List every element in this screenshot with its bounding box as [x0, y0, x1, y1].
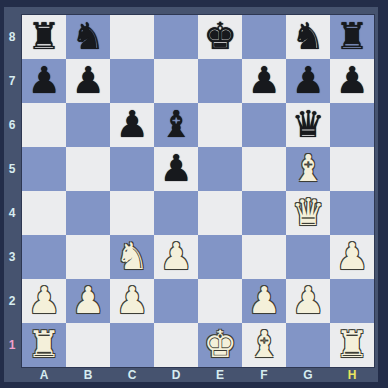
square-c3[interactable]: ♞ — [110, 235, 154, 279]
square-b4[interactable] — [66, 191, 110, 235]
rank-label-8: 8 — [2, 15, 22, 59]
square-h7[interactable]: ♟ — [330, 59, 374, 103]
square-e3[interactable] — [198, 235, 242, 279]
square-f2[interactable]: ♟ — [242, 279, 286, 323]
square-g1[interactable] — [286, 323, 330, 367]
piece-black-queen[interactable]: ♛ — [286, 103, 330, 147]
square-g6[interactable]: ♛ — [286, 103, 330, 147]
square-e7[interactable] — [198, 59, 242, 103]
square-g7[interactable]: ♟ — [286, 59, 330, 103]
square-a5[interactable] — [22, 147, 66, 191]
piece-white-pawn[interactable]: ♟ — [286, 279, 330, 323]
rank-label-5: 5 — [2, 147, 22, 191]
piece-white-rook[interactable]: ♜ — [22, 323, 66, 367]
square-h8[interactable]: ♜ — [330, 15, 374, 59]
square-f6[interactable] — [242, 103, 286, 147]
square-e8[interactable]: ♚ — [198, 15, 242, 59]
square-h3[interactable]: ♟ — [330, 235, 374, 279]
square-c1[interactable] — [110, 323, 154, 367]
file-label-e: E — [198, 367, 242, 382]
piece-white-knight[interactable]: ♞ — [110, 235, 154, 279]
square-e4[interactable] — [198, 191, 242, 235]
piece-black-knight[interactable]: ♞ — [66, 15, 110, 59]
rank-label-7: 7 — [2, 59, 22, 103]
square-f1[interactable]: ♝ — [242, 323, 286, 367]
square-c6[interactable]: ♟ — [110, 103, 154, 147]
rank-label-6: 6 — [2, 103, 22, 147]
square-a6[interactable] — [22, 103, 66, 147]
square-f7[interactable]: ♟ — [242, 59, 286, 103]
square-d6[interactable]: ♝ — [154, 103, 198, 147]
piece-white-pawn[interactable]: ♟ — [242, 279, 286, 323]
square-a2[interactable]: ♟ — [22, 279, 66, 323]
square-d7[interactable] — [154, 59, 198, 103]
frame-edge-bottom — [0, 382, 388, 388]
piece-black-king[interactable]: ♚ — [198, 15, 242, 59]
piece-white-pawn[interactable]: ♟ — [330, 235, 374, 279]
rank-label-4: 4 — [2, 191, 22, 235]
piece-white-king[interactable]: ♚ — [198, 323, 242, 367]
file-labels: ABCDEFGH — [22, 367, 374, 382]
file-label-f: F — [242, 367, 286, 382]
piece-white-rook[interactable]: ♜ — [330, 323, 374, 367]
square-h4[interactable] — [330, 191, 374, 235]
square-f5[interactable] — [242, 147, 286, 191]
square-c2[interactable]: ♟ — [110, 279, 154, 323]
square-b2[interactable]: ♟ — [66, 279, 110, 323]
square-b1[interactable] — [66, 323, 110, 367]
piece-black-pawn[interactable]: ♟ — [154, 147, 198, 191]
piece-white-bishop[interactable]: ♝ — [286, 147, 330, 191]
square-c8[interactable] — [110, 15, 154, 59]
piece-black-pawn[interactable]: ♟ — [330, 59, 374, 103]
square-d1[interactable] — [154, 323, 198, 367]
square-b7[interactable]: ♟ — [66, 59, 110, 103]
piece-black-pawn[interactable]: ♟ — [286, 59, 330, 103]
square-f4[interactable] — [242, 191, 286, 235]
square-d5[interactable]: ♟ — [154, 147, 198, 191]
square-a3[interactable] — [22, 235, 66, 279]
piece-black-rook[interactable]: ♜ — [22, 15, 66, 59]
square-g4[interactable]: ♛ — [286, 191, 330, 235]
piece-black-knight[interactable]: ♞ — [286, 15, 330, 59]
square-b6[interactable] — [66, 103, 110, 147]
piece-black-pawn[interactable]: ♟ — [66, 59, 110, 103]
square-a7[interactable]: ♟ — [22, 59, 66, 103]
piece-white-pawn[interactable]: ♟ — [22, 279, 66, 323]
square-g2[interactable]: ♟ — [286, 279, 330, 323]
square-d4[interactable] — [154, 191, 198, 235]
square-h6[interactable] — [330, 103, 374, 147]
square-h2[interactable] — [330, 279, 374, 323]
piece-white-pawn[interactable]: ♟ — [66, 279, 110, 323]
file-label-h: H — [330, 367, 374, 382]
piece-black-rook[interactable]: ♜ — [330, 15, 374, 59]
square-b5[interactable] — [66, 147, 110, 191]
square-a8[interactable]: ♜ — [22, 15, 66, 59]
square-g5[interactable]: ♝ — [286, 147, 330, 191]
piece-black-pawn[interactable]: ♟ — [110, 103, 154, 147]
square-e1[interactable]: ♚ — [198, 323, 242, 367]
square-c7[interactable] — [110, 59, 154, 103]
square-a1[interactable]: ♜ — [22, 323, 66, 367]
square-b8[interactable]: ♞ — [66, 15, 110, 59]
piece-white-pawn[interactable]: ♟ — [154, 235, 198, 279]
square-e6[interactable] — [198, 103, 242, 147]
square-g8[interactable]: ♞ — [286, 15, 330, 59]
frame-edge-right — [378, 0, 388, 388]
square-d2[interactable] — [154, 279, 198, 323]
square-f8[interactable] — [242, 15, 286, 59]
square-h1[interactable]: ♜ — [330, 323, 374, 367]
rank-label-3: 3 — [2, 235, 22, 279]
piece-black-pawn[interactable]: ♟ — [22, 59, 66, 103]
square-c5[interactable] — [110, 147, 154, 191]
file-label-g: G — [286, 367, 330, 382]
square-d8[interactable] — [154, 15, 198, 59]
square-e5[interactable] — [198, 147, 242, 191]
file-label-c: C — [110, 367, 154, 382]
piece-black-pawn[interactable]: ♟ — [242, 59, 286, 103]
file-label-b: B — [66, 367, 110, 382]
square-c4[interactable] — [110, 191, 154, 235]
square-a4[interactable] — [22, 191, 66, 235]
file-label-d: D — [154, 367, 198, 382]
frame-edge-top — [0, 0, 388, 7]
rank-label-2: 2 — [2, 279, 22, 323]
piece-black-bishop[interactable]: ♝ — [154, 103, 198, 147]
piece-white-queen[interactable]: ♛ — [286, 191, 330, 235]
square-e2[interactable] — [198, 279, 242, 323]
file-label-a: A — [22, 367, 66, 382]
chess-board: ♜♞♚♞♜♟♟♟♟♟♟♝♛♟♝♛♞♟♟♟♟♟♟♟♜♚♝♜ — [22, 15, 374, 367]
rank-labels: 87654321 — [2, 15, 22, 367]
square-d3[interactable]: ♟ — [154, 235, 198, 279]
piece-white-bishop[interactable]: ♝ — [242, 323, 286, 367]
square-f3[interactable] — [242, 235, 286, 279]
square-b3[interactable] — [66, 235, 110, 279]
square-g3[interactable] — [286, 235, 330, 279]
chess-board-frame: 87654321 ♜♞♚♞♜♟♟♟♟♟♟♝♛♟♝♛♞♟♟♟♟♟♟♟♜♚♝♜ AB… — [0, 0, 388, 388]
piece-white-pawn[interactable]: ♟ — [110, 279, 154, 323]
square-h5[interactable] — [330, 147, 374, 191]
rank-label-1: 1 — [2, 323, 22, 367]
